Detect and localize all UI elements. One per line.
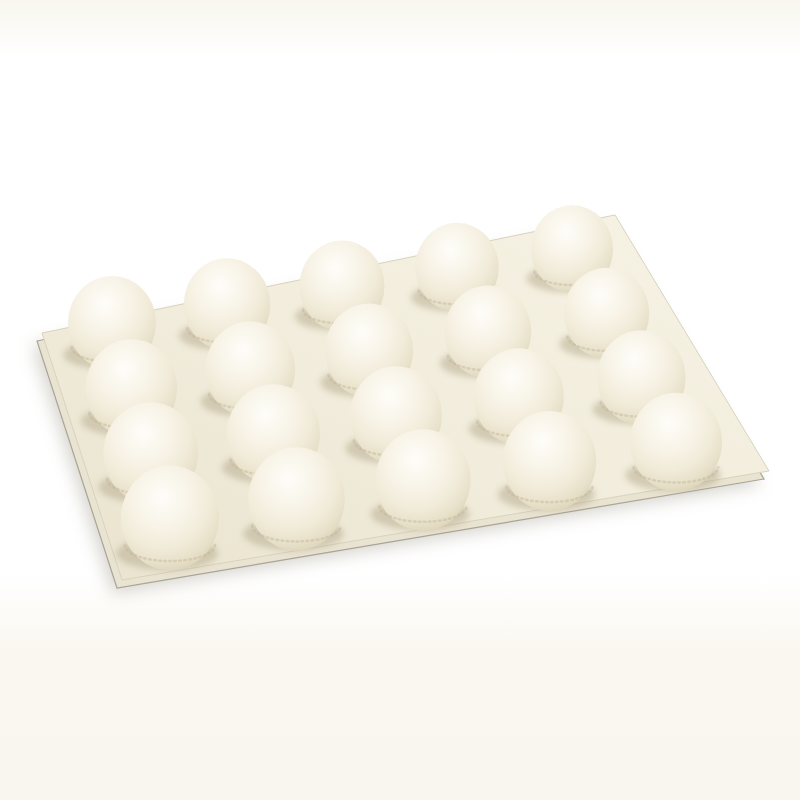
product-photo [0,0,800,800]
bumper-sheet-photo [0,0,800,800]
